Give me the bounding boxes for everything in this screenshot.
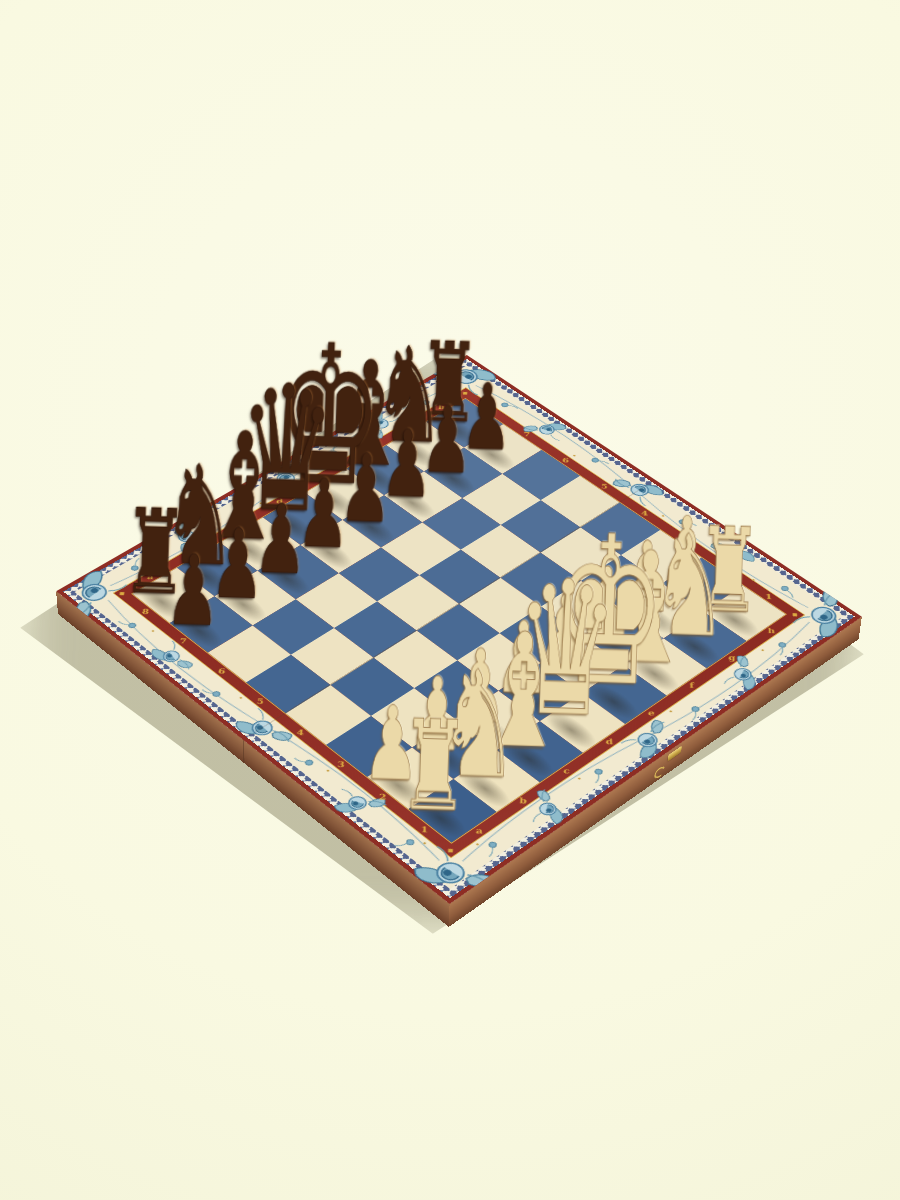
coordinate-label: 6 [538,455,593,464]
box-side-seam [243,740,245,764]
product-photo-canvas: 87654321 87654321 hgfedcba hgfedcba ◆ ◆ … [0,0,900,1200]
coordinate-frame: 87654321 87654321 hgfedcba hgfedcba ◆ ◆ … [113,387,806,858]
checkered-ribbon-border: 87654321 87654321 hgfedcba hgfedcba ◆ ◆ … [63,359,855,898]
coordinate-label: 1 [393,824,456,835]
coordinate-label: a [472,808,486,854]
brass-hook-icon [652,766,666,780]
coordinate-label: 7 [153,635,213,645]
piece-white-rook: ♜ [398,708,471,825]
board-squares-grid: ♜♟♟♜♞♟♟♞♝♟♟♝♚♟♟♚♛♟♟♛♝♟♟♝♞♟♟♞♜♟♟♜ [131,398,787,844]
piece-black-pawn: ♟ [164,546,221,637]
folding-chess-box: 87654321 87654321 hgfedcba hgfedcba ◆ ◆ … [56,355,862,904]
coordinate-label: 6 [191,665,251,675]
coordinate-label: 4 [270,727,331,738]
scene-stage: 87654321 87654321 hgfedcba hgfedcba ◆ ◆ … [0,0,900,1200]
coordinate-label: 5 [230,696,291,707]
floral-border: 87654321 87654321 hgfedcba hgfedcba ◆ ◆ … [75,365,844,889]
coordinate-label: b [517,778,530,823]
chess-board: 87654321 87654321 hgfedcba hgfedcba ◆ ◆ … [56,355,862,904]
